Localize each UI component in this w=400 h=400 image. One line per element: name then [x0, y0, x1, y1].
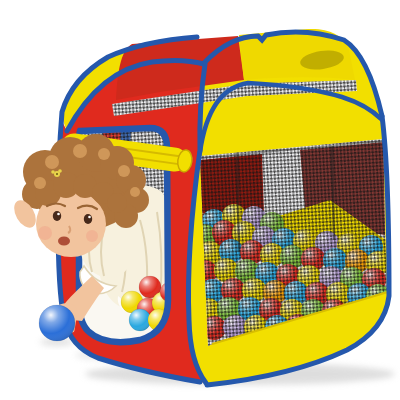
- held-ball: [39, 305, 75, 341]
- ball-shine: [129, 309, 151, 331]
- blush-left: [38, 226, 52, 240]
- scene-canvas: [0, 0, 400, 400]
- ball-shine: [39, 305, 75, 341]
- blush-right: [86, 230, 98, 242]
- eye-left: [53, 211, 61, 221]
- eye-right: [84, 214, 92, 224]
- product-photo: [0, 0, 400, 400]
- mouth: [58, 237, 70, 246]
